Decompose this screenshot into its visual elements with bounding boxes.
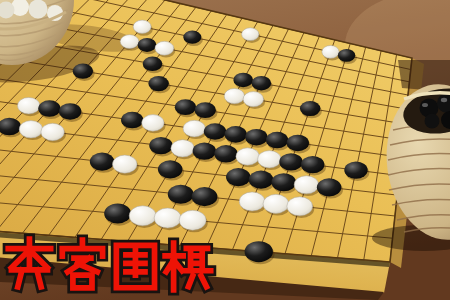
glyph-qi <box>165 243 211 290</box>
black-stone <box>287 135 309 152</box>
black-stone <box>245 241 273 262</box>
black-stone <box>193 142 216 159</box>
white-stone <box>242 28 259 41</box>
white-stone <box>41 123 64 140</box>
black-stone <box>175 99 196 115</box>
black-stone <box>138 38 157 52</box>
black-stone <box>317 178 342 196</box>
white-stone <box>263 194 289 213</box>
white-stone <box>294 176 319 194</box>
black-stone <box>192 187 218 206</box>
black-stone <box>300 101 320 116</box>
white-stone <box>322 45 339 58</box>
white-stone <box>133 20 151 33</box>
white-stone <box>258 151 281 168</box>
black-stone <box>225 126 247 143</box>
black-stone <box>301 156 324 173</box>
white-stone <box>155 41 174 55</box>
black-stone <box>266 132 288 149</box>
white-stone <box>287 197 313 216</box>
black-stone <box>73 64 93 79</box>
black-stone <box>344 161 367 178</box>
black-stone <box>271 173 296 191</box>
black-stone <box>90 153 115 171</box>
photo-stage: 弈客围棋 <box>0 0 450 300</box>
black-stone <box>59 103 81 120</box>
black-stone <box>204 123 226 140</box>
black-stone <box>233 73 253 88</box>
black-stone <box>148 76 168 91</box>
white-stone <box>179 210 206 230</box>
white-stone <box>239 192 265 211</box>
white-stone <box>224 88 244 103</box>
black-stone <box>38 100 60 117</box>
white-stone <box>129 206 156 226</box>
black-stone <box>104 204 131 224</box>
white-stone <box>243 92 263 107</box>
black-stone <box>214 145 237 162</box>
white-stone <box>19 121 42 138</box>
white-stone <box>154 208 181 228</box>
black-stone <box>252 76 272 91</box>
black-stone <box>121 112 143 129</box>
black-stone <box>168 185 194 204</box>
white-stone <box>171 140 194 157</box>
black-stone <box>195 102 216 118</box>
white-stone <box>183 120 205 137</box>
black-stone <box>149 137 172 154</box>
black-stone <box>143 57 163 72</box>
white-stone <box>120 35 139 49</box>
white-stone <box>236 148 259 165</box>
white-stone <box>142 115 164 132</box>
black-stone <box>338 49 355 62</box>
black-stone <box>279 153 302 170</box>
black-stone <box>183 30 201 43</box>
white-stone <box>18 97 40 114</box>
white-stone <box>113 155 138 173</box>
go-board-photo <box>0 0 450 300</box>
black-stone <box>158 160 183 178</box>
black-stone <box>226 168 251 186</box>
black-stone <box>249 171 274 189</box>
black-stone <box>245 129 267 146</box>
